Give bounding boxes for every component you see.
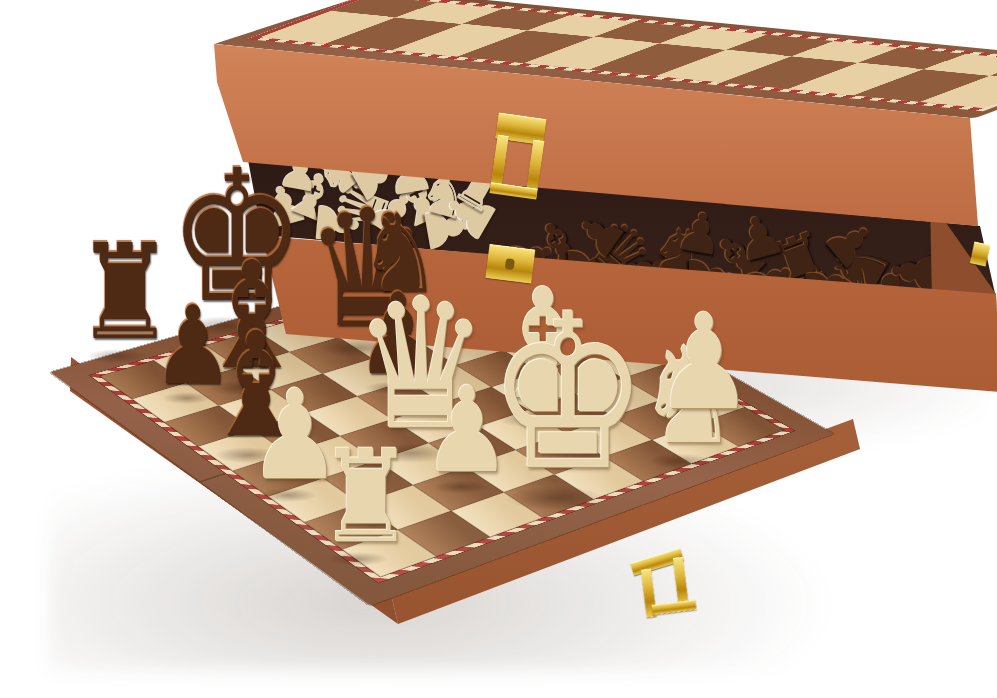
white-king-e3: ♚ <box>487 286 648 500</box>
lid-checkerboard-veneer <box>260 0 997 108</box>
white-pawn-g4: ♟ <box>654 296 753 428</box>
stored-dark-piece-13: ♟ <box>883 243 947 302</box>
product-photo-chess-set: ♟♝♟♛♟♝♟♟♞♟♟♞♟♜♟♝♟♛♟♞♟♝♟♜♟♞♟♟♟♟♟♟ ♜♟♚♝♝♛♞… <box>0 0 997 698</box>
stored-dark-piece-14: ♟ <box>671 203 728 265</box>
